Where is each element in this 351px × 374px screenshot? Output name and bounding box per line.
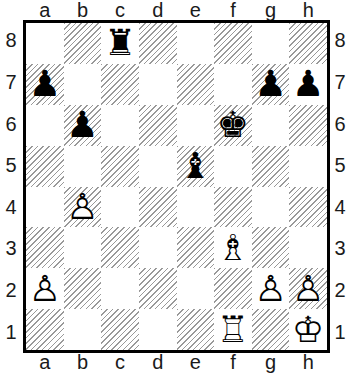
square-a2[interactable]: ♟♙	[26, 268, 64, 309]
square-c3[interactable]	[101, 227, 139, 268]
white-pawn-a2: ♟♙	[29, 271, 61, 307]
square-d1[interactable]	[139, 309, 177, 350]
square-c7[interactable]	[101, 64, 139, 105]
file-label-b: b	[64, 352, 102, 374]
square-d7[interactable]	[139, 64, 177, 105]
rank-label-8: 8	[329, 20, 351, 62]
square-f4[interactable]	[214, 187, 252, 228]
rank-label-6: 6	[329, 103, 351, 145]
square-g6[interactable]	[252, 105, 290, 146]
file-label-f: f	[214, 352, 252, 374]
square-d2[interactable]	[139, 268, 177, 309]
square-c6[interactable]	[101, 105, 139, 146]
rank-label-2: 2	[0, 270, 22, 312]
square-f5[interactable]	[214, 146, 252, 187]
square-a4[interactable]	[26, 187, 64, 228]
file-label-d: d	[139, 352, 177, 374]
file-labels-top: abcdefgh	[26, 0, 327, 20]
square-e1[interactable]	[177, 309, 215, 350]
square-e6[interactable]	[177, 105, 215, 146]
file-label-h: h	[289, 352, 327, 374]
square-d3[interactable]	[139, 227, 177, 268]
file-label-a: a	[26, 352, 64, 374]
rank-label-1: 1	[0, 311, 22, 353]
white-pawn-g2: ♟♙	[254, 271, 286, 307]
rank-label-5: 5	[329, 145, 351, 187]
square-e3[interactable]	[177, 227, 215, 268]
square-f8[interactable]	[214, 23, 252, 64]
file-labels-bottom: abcdefgh	[26, 352, 327, 374]
square-g7[interactable]: ♟	[252, 64, 290, 105]
square-b2[interactable]	[64, 268, 102, 309]
square-g1[interactable]	[252, 309, 290, 350]
rank-labels-right: 87654321	[329, 20, 351, 353]
square-b8[interactable]	[64, 23, 102, 64]
square-e7[interactable]	[177, 64, 215, 105]
rank-label-4: 4	[329, 187, 351, 229]
rank-label-2: 2	[329, 270, 351, 312]
square-b6[interactable]: ♟	[64, 105, 102, 146]
rank-label-3: 3	[329, 228, 351, 270]
file-label-e: e	[177, 0, 215, 20]
square-a1[interactable]	[26, 309, 64, 350]
rank-label-6: 6	[0, 103, 22, 145]
board-frame: ♜♟♟♟♟♚♝♟♙♝♗♟♙♟♙♟♙♜♖♚♔	[23, 20, 330, 353]
rank-label-8: 8	[0, 20, 22, 62]
square-b1[interactable]	[64, 309, 102, 350]
square-d6[interactable]	[139, 105, 177, 146]
square-e2[interactable]	[177, 268, 215, 309]
square-a6[interactable]	[26, 105, 64, 146]
square-a8[interactable]	[26, 23, 64, 64]
square-a3[interactable]	[26, 227, 64, 268]
square-h4[interactable]	[289, 187, 327, 228]
square-e8[interactable]	[177, 23, 215, 64]
square-c8[interactable]: ♜	[101, 23, 139, 64]
file-label-c: c	[101, 352, 139, 374]
chess-diagram: abcdefgh 87654321 87654321 ♜♟♟♟♟♚♝♟♙♝♗♟♙…	[0, 0, 351, 374]
square-f6[interactable]: ♚	[214, 105, 252, 146]
square-f7[interactable]	[214, 64, 252, 105]
rank-label-7: 7	[0, 62, 22, 104]
square-b7[interactable]	[64, 64, 102, 105]
black-pawn-g7: ♟	[254, 66, 286, 102]
rank-label-1: 1	[329, 311, 351, 353]
file-label-f: f	[214, 0, 252, 20]
file-label-d: d	[139, 0, 177, 20]
square-f2[interactable]	[214, 268, 252, 309]
board-grid: ♜♟♟♟♟♚♝♟♙♝♗♟♙♟♙♟♙♜♖♚♔	[26, 23, 327, 350]
square-c2[interactable]	[101, 268, 139, 309]
square-h3[interactable]	[289, 227, 327, 268]
white-pawn-h2: ♟♙	[292, 271, 324, 307]
white-king-h1: ♚♔	[292, 312, 324, 348]
black-pawn-b6: ♟	[66, 107, 98, 143]
square-a5[interactable]	[26, 146, 64, 187]
square-d5[interactable]	[139, 146, 177, 187]
square-c4[interactable]	[101, 187, 139, 228]
square-f3[interactable]: ♝♗	[214, 227, 252, 268]
square-h7[interactable]: ♟	[289, 64, 327, 105]
black-bishop-e5: ♝	[179, 148, 211, 184]
square-b4[interactable]: ♟♙	[64, 187, 102, 228]
square-h5[interactable]	[289, 146, 327, 187]
square-b5[interactable]	[64, 146, 102, 187]
white-rook-f1: ♜♖	[217, 312, 249, 348]
rank-label-3: 3	[0, 228, 22, 270]
black-pawn-a7: ♟	[29, 66, 61, 102]
square-h2[interactable]: ♟♙	[289, 268, 327, 309]
square-b3[interactable]	[64, 227, 102, 268]
square-d8[interactable]	[139, 23, 177, 64]
black-king-f6: ♚	[217, 107, 249, 143]
square-c5[interactable]	[101, 146, 139, 187]
square-h6[interactable]	[289, 105, 327, 146]
square-e5[interactable]: ♝	[177, 146, 215, 187]
file-label-b: b	[64, 0, 102, 20]
black-pawn-h7: ♟	[292, 66, 324, 102]
file-label-e: e	[177, 352, 215, 374]
square-g4[interactable]	[252, 187, 290, 228]
square-h1[interactable]: ♚♔	[289, 309, 327, 350]
file-label-c: c	[101, 0, 139, 20]
square-g3[interactable]	[252, 227, 290, 268]
rank-label-4: 4	[0, 187, 22, 229]
square-c1[interactable]	[101, 309, 139, 350]
white-bishop-f3: ♝♗	[217, 230, 249, 266]
file-label-h: h	[289, 0, 327, 20]
square-f1[interactable]: ♜♖	[214, 309, 252, 350]
square-a7[interactable]: ♟	[26, 64, 64, 105]
square-d4[interactable]	[139, 187, 177, 228]
rank-labels-left: 87654321	[0, 20, 22, 353]
square-g5[interactable]	[252, 146, 290, 187]
black-rook-c8: ♜	[104, 25, 136, 61]
square-g2[interactable]: ♟♙	[252, 268, 290, 309]
rank-label-5: 5	[0, 145, 22, 187]
square-h8[interactable]	[289, 23, 327, 64]
rank-label-7: 7	[329, 62, 351, 104]
square-g8[interactable]	[252, 23, 290, 64]
file-label-a: a	[26, 0, 64, 20]
file-label-g: g	[252, 0, 290, 20]
square-e4[interactable]	[177, 187, 215, 228]
file-label-g: g	[252, 352, 290, 374]
white-pawn-b4: ♟♙	[66, 189, 98, 225]
